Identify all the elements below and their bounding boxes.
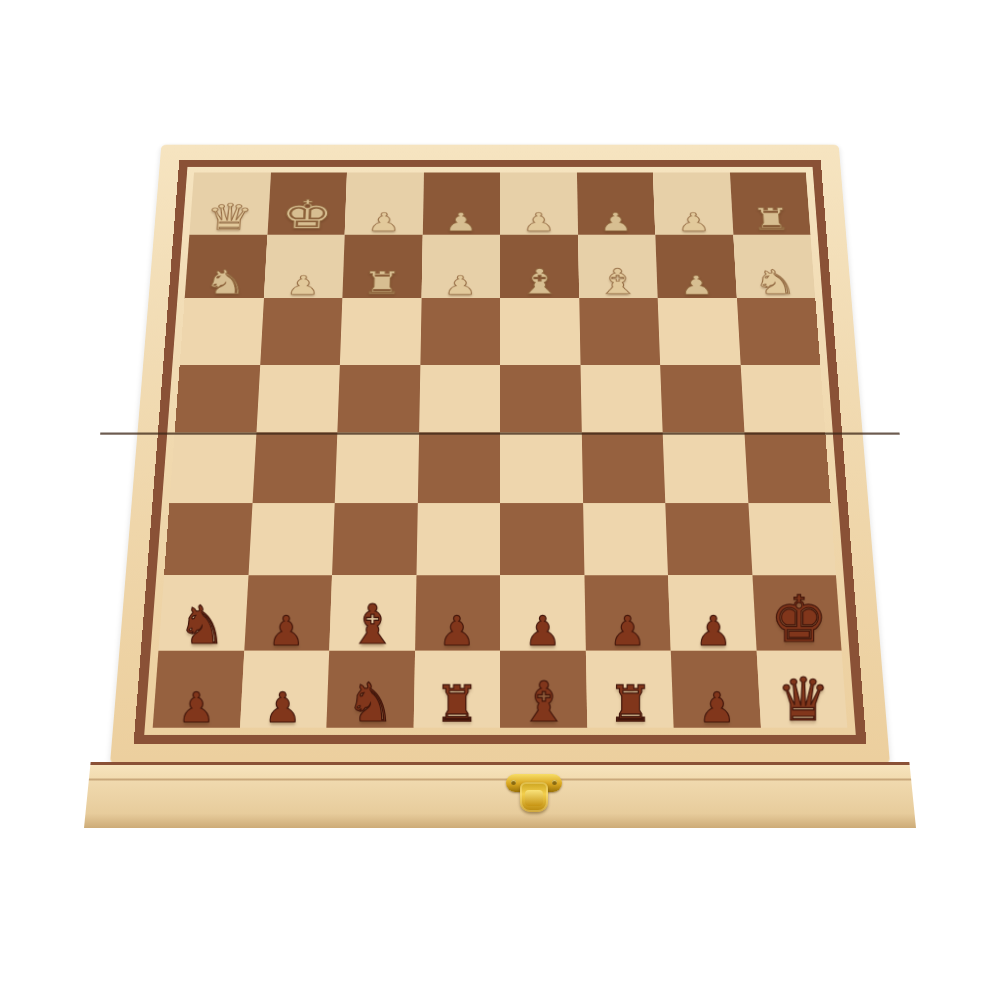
- square-g3[interactable]: [665, 503, 752, 576]
- square-a5[interactable]: [175, 364, 260, 432]
- square-a8[interactable]: ♛: [189, 172, 270, 234]
- piece-light-pawn: ♟: [599, 210, 633, 234]
- square-g1[interactable]: ♟: [671, 650, 761, 727]
- piece-dark-pawn: ♟: [268, 612, 305, 651]
- piece-light-knight: ♞: [752, 266, 798, 298]
- board-frame-band: ♛♚♟♟♟♟♟♜♞♟♜♟♝♝♟♞♞♟♝♟♟♟♟♚♟♟♞♜♝♜♟♛: [134, 160, 867, 744]
- piece-light-bishop: ♝: [517, 265, 562, 298]
- piece-dark-pawn: ♟: [524, 612, 561, 651]
- piece-light-king: ♚: [280, 196, 334, 234]
- piece-dark-pawn: ♟: [698, 688, 735, 728]
- square-e6[interactable]: [500, 298, 580, 364]
- square-f4[interactable]: [581, 432, 665, 502]
- square-d3[interactable]: [416, 503, 500, 576]
- piece-light-bishop: ♝: [595, 265, 641, 298]
- square-g4[interactable]: [663, 432, 748, 502]
- piece-dark-pawn: ♟: [178, 688, 215, 728]
- square-c5[interactable]: [337, 364, 420, 432]
- square-g8[interactable]: ♟: [653, 172, 733, 234]
- square-a4[interactable]: [169, 432, 256, 502]
- piece-dark-pawn: ♟: [695, 612, 732, 651]
- square-c4[interactable]: [335, 432, 419, 502]
- square-d8[interactable]: ♟: [422, 172, 500, 234]
- folding-chess-board: ♛♚♟♟♟♟♟♜♞♟♜♟♝♝♟♞♞♟♝♟♟♟♟♚♟♟♞♜♝♜♟♛: [110, 145, 890, 764]
- piece-dark-pawn: ♟: [264, 688, 301, 728]
- piece-dark-king: ♚: [770, 590, 828, 651]
- square-b8[interactable]: ♚: [267, 172, 347, 234]
- piece-dark-rook: ♜: [434, 681, 478, 728]
- square-g5[interactable]: [660, 364, 744, 432]
- brass-clasp[interactable]: [506, 774, 562, 816]
- square-d5[interactable]: [419, 364, 500, 432]
- fold-hinge-seam: [100, 432, 900, 434]
- square-c6[interactable]: [340, 298, 421, 364]
- square-f1[interactable]: ♜: [585, 650, 673, 727]
- front-panel: [84, 762, 916, 828]
- piece-light-pawn: ♟: [444, 273, 478, 298]
- piece-dark-knight: ♞: [346, 677, 394, 728]
- square-d4[interactable]: [417, 432, 500, 502]
- piece-light-knight: ♞: [202, 266, 248, 298]
- square-b2[interactable]: ♟: [244, 575, 332, 650]
- square-f7[interactable]: ♝: [578, 234, 658, 298]
- square-f6[interactable]: [579, 298, 660, 364]
- clasp-screw-icon: [511, 780, 516, 785]
- square-e2[interactable]: ♟: [500, 575, 585, 650]
- square-c7[interactable]: ♜: [342, 234, 422, 298]
- square-e1[interactable]: ♝: [500, 650, 587, 727]
- piece-light-pawn: ♟: [286, 273, 321, 298]
- piece-light-rook: ♜: [362, 269, 403, 298]
- piece-dark-pawn: ♟: [439, 612, 476, 651]
- piece-dark-pawn: ♟: [610, 612, 647, 651]
- piece-light-pawn: ♟: [676, 210, 710, 234]
- square-f3[interactable]: [583, 503, 668, 576]
- piece-light-pawn: ♟: [522, 210, 556, 234]
- square-h4[interactable]: [744, 432, 831, 502]
- square-d2[interactable]: ♟: [415, 575, 500, 650]
- square-g7[interactable]: ♟: [655, 234, 736, 298]
- square-c1[interactable]: ♞: [326, 650, 414, 727]
- piece-light-queen: ♛: [204, 200, 254, 234]
- square-b7[interactable]: ♟: [263, 234, 344, 298]
- clasp-screw-icon: [552, 780, 557, 785]
- square-d1[interactable]: ♜: [413, 650, 500, 727]
- square-a2[interactable]: ♞: [158, 575, 248, 650]
- piece-light-pawn: ♟: [679, 273, 714, 298]
- square-b6[interactable]: [260, 298, 343, 364]
- board-scene: ♛♚♟♟♟♟♟♜♞♟♜♟♝♝♟♞♞♟♝♟♟♟♟♚♟♟♞♜♝♜♟♛: [110, 0, 890, 764]
- piece-light-pawn: ♟: [444, 210, 478, 234]
- square-e7[interactable]: ♝: [500, 234, 579, 298]
- piece-dark-rook: ♜: [608, 681, 652, 728]
- piece-light-rook: ♜: [750, 206, 791, 234]
- square-h3[interactable]: [748, 503, 836, 576]
- square-a1[interactable]: ♟: [153, 650, 244, 727]
- square-h6[interactable]: [737, 298, 821, 364]
- square-b3[interactable]: [248, 503, 335, 576]
- piece-dark-knight: ♞: [178, 601, 225, 651]
- square-c2[interactable]: ♝: [329, 575, 416, 650]
- square-h8[interactable]: ♜: [729, 172, 810, 234]
- square-g2[interactable]: ♟: [668, 575, 756, 650]
- square-c3[interactable]: [332, 503, 417, 576]
- square-a6[interactable]: [180, 298, 264, 364]
- piece-dark-bishop: ♝: [348, 599, 397, 651]
- square-e4[interactable]: [500, 432, 583, 502]
- square-f5[interactable]: [580, 364, 663, 432]
- piece-dark-bishop: ♝: [518, 675, 568, 728]
- chess-set-photo: ♛♚♟♟♟♟♟♜♞♟♜♟♝♝♟♞♞♟♝♟♟♟♟♚♟♟♞♜♝♜♟♛: [0, 0, 1000, 1000]
- square-h1[interactable]: ♛: [756, 650, 847, 727]
- square-e5[interactable]: [500, 364, 581, 432]
- board-square-grid: ♛♚♟♟♟♟♟♜♞♟♜♟♝♝♟♞♞♟♝♟♟♟♟♚♟♟♞♜♝♜♟♛: [153, 172, 848, 727]
- square-f2[interactable]: ♟: [584, 575, 671, 650]
- square-b5[interactable]: [256, 364, 340, 432]
- square-f8[interactable]: ♟: [576, 172, 655, 234]
- square-d7[interactable]: ♟: [421, 234, 500, 298]
- square-b4[interactable]: [252, 432, 337, 502]
- square-e8[interactable]: ♟: [500, 172, 578, 234]
- square-a7[interactable]: ♞: [185, 234, 267, 298]
- square-d6[interactable]: [420, 298, 500, 364]
- square-a3[interactable]: [164, 503, 252, 576]
- square-e3[interactable]: [500, 503, 584, 576]
- square-h5[interactable]: [740, 364, 825, 432]
- square-h7[interactable]: ♞: [733, 234, 815, 298]
- square-h2[interactable]: ♚: [752, 575, 842, 650]
- piece-light-pawn: ♟: [367, 210, 401, 234]
- square-b1[interactable]: ♟: [240, 650, 330, 727]
- piece-dark-queen: ♛: [777, 672, 830, 729]
- clasp-knob: [525, 790, 543, 806]
- square-g6[interactable]: [658, 298, 741, 364]
- square-c8[interactable]: ♟: [345, 172, 424, 234]
